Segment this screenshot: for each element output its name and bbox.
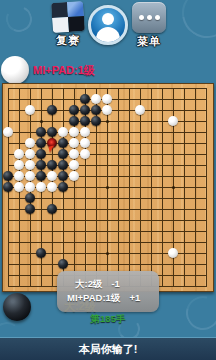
red-triangle-marker xyxy=(48,145,55,152)
star-point xyxy=(106,186,109,189)
black-stone xyxy=(69,105,80,116)
white-stone xyxy=(69,171,80,182)
black-stone xyxy=(36,149,47,160)
black-stone xyxy=(58,149,69,160)
white-stone xyxy=(102,94,113,105)
white-player-stone-icon xyxy=(1,56,29,84)
black-stone xyxy=(36,171,47,182)
black-stone xyxy=(47,160,58,171)
white-stone xyxy=(69,160,80,171)
black-stone xyxy=(80,116,91,127)
star-point xyxy=(172,186,175,189)
player-avatar[interactable] xyxy=(88,5,128,45)
white-stone xyxy=(25,182,36,193)
result-dialog: 大:2级 -1 MI+PAD:1级 +1 xyxy=(57,271,159,312)
black-stone xyxy=(25,204,36,215)
result-white-delta: +1 xyxy=(129,291,140,305)
white-stone xyxy=(80,149,91,160)
black-stone xyxy=(58,182,69,193)
black-stone xyxy=(47,127,58,138)
three-dots-icon xyxy=(132,2,166,33)
white-stone xyxy=(135,105,146,116)
avatar-person-icon xyxy=(102,13,114,25)
black-stone xyxy=(36,160,47,171)
black-stone xyxy=(58,171,69,182)
white-stone xyxy=(36,182,47,193)
result-white-name: MI+PAD:1级 xyxy=(67,291,120,305)
white-stone xyxy=(14,171,25,182)
background-swirl-decoration xyxy=(172,0,216,48)
move-number-label: 第185手 xyxy=(58,313,158,326)
replay-button-label: 复赛 xyxy=(46,33,90,48)
white-player-name: MI+PAD:1级 xyxy=(33,63,95,78)
white-stone xyxy=(102,105,113,116)
white-stone xyxy=(91,94,102,105)
black-stone xyxy=(58,259,69,270)
white-stone xyxy=(25,138,36,149)
white-stone xyxy=(47,182,58,193)
black-stone xyxy=(36,248,47,259)
white-stone xyxy=(168,116,179,127)
black-stone xyxy=(58,160,69,171)
white-stone xyxy=(69,127,80,138)
menu-button-label: 菜单 xyxy=(127,34,171,49)
black-stone xyxy=(47,105,58,116)
black-stone xyxy=(36,127,47,138)
white-stone xyxy=(69,149,80,160)
white-stone xyxy=(14,149,25,160)
checkerboard-icon xyxy=(51,1,85,33)
white-stone xyxy=(25,105,36,116)
avatar-person-icon xyxy=(96,27,120,43)
black-stone xyxy=(91,105,102,116)
black-stone xyxy=(58,138,69,149)
go-board[interactable] xyxy=(2,83,214,292)
black-stone xyxy=(36,138,47,149)
white-stone xyxy=(47,171,58,182)
black-stone xyxy=(25,193,36,204)
white-stone xyxy=(58,127,69,138)
black-player-stone-icon xyxy=(3,293,31,321)
black-stone xyxy=(91,116,102,127)
black-stone xyxy=(69,116,80,127)
game-result-message: 本局你输了! xyxy=(79,342,138,357)
white-stone xyxy=(25,171,36,182)
white-stone xyxy=(14,160,25,171)
white-stone xyxy=(14,182,25,193)
white-stone xyxy=(168,248,179,259)
star-point xyxy=(40,120,43,123)
go-board-grid[interactable] xyxy=(8,88,207,287)
background-swirl-decoration xyxy=(2,2,35,35)
black-stone xyxy=(80,94,91,105)
white-stone xyxy=(25,160,36,171)
white-stone xyxy=(25,149,36,160)
white-stone xyxy=(69,138,80,149)
result-black-delta: -1 xyxy=(111,277,119,291)
menu-button[interactable]: 菜单 xyxy=(127,2,171,49)
result-black-name: 大:2级 xyxy=(75,277,102,291)
black-stone xyxy=(80,105,91,116)
background-swirl-decoration xyxy=(180,290,216,336)
star-point xyxy=(106,252,109,255)
black-stone xyxy=(47,204,58,215)
status-bar: 本局你输了! xyxy=(0,337,216,360)
star-point xyxy=(106,120,109,123)
white-stone xyxy=(80,127,91,138)
replay-button[interactable]: 复赛 xyxy=(46,2,90,48)
black-stone xyxy=(3,182,14,193)
black-stone xyxy=(3,171,14,182)
white-stone xyxy=(3,127,14,138)
white-stone xyxy=(80,138,91,149)
